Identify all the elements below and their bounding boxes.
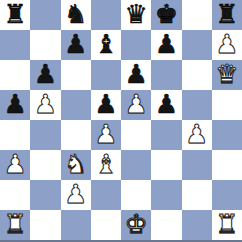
square-a8[interactable]: ♜ <box>0 0 30 30</box>
piece-black-pawn[interactable]: ♟ <box>64 31 87 57</box>
square-h5[interactable] <box>212 90 242 120</box>
square-f3[interactable] <box>151 150 181 180</box>
square-g8[interactable] <box>182 0 212 30</box>
square-b4[interactable] <box>30 120 60 150</box>
square-e3[interactable] <box>121 150 151 180</box>
piece-white-pawn[interactable]: ♟ <box>3 151 26 177</box>
square-f7[interactable]: ♟ <box>151 30 181 60</box>
piece-white-king[interactable]: ♚ <box>124 211 147 237</box>
piece-black-pawn[interactable]: ♟ <box>3 91 26 117</box>
square-c7[interactable]: ♟ <box>61 30 91 60</box>
square-h2[interactable] <box>212 180 242 210</box>
square-h7[interactable]: ♟ <box>212 30 242 60</box>
piece-black-king[interactable]: ♚ <box>155 1 178 27</box>
square-a4[interactable] <box>0 120 30 150</box>
piece-white-queen[interactable]: ♛ <box>215 61 238 87</box>
piece-black-rook[interactable]: ♜ <box>215 1 238 27</box>
square-d5[interactable]: ♟ <box>91 90 121 120</box>
square-a6[interactable] <box>0 60 30 90</box>
square-a7[interactable] <box>0 30 30 60</box>
square-c8[interactable]: ♞ <box>61 0 91 30</box>
piece-black-rook[interactable]: ♜ <box>3 1 26 27</box>
square-b1[interactable] <box>30 210 60 240</box>
square-d8[interactable] <box>91 0 121 30</box>
square-a2[interactable] <box>0 180 30 210</box>
square-e4[interactable] <box>121 120 151 150</box>
square-b3[interactable] <box>30 150 60 180</box>
piece-white-pawn[interactable]: ♟ <box>185 121 208 147</box>
piece-white-rook[interactable]: ♜ <box>3 211 26 237</box>
piece-white-rook[interactable]: ♜ <box>215 211 238 237</box>
square-f1[interactable] <box>151 210 181 240</box>
square-d3[interactable]: ♝ <box>91 150 121 180</box>
piece-white-pawn[interactable]: ♟ <box>215 31 238 57</box>
square-f4[interactable] <box>151 120 181 150</box>
piece-white-pawn[interactable]: ♟ <box>94 121 117 147</box>
square-c2[interactable]: ♟ <box>61 180 91 210</box>
square-g1[interactable] <box>182 210 212 240</box>
square-c4[interactable] <box>61 120 91 150</box>
square-b8[interactable] <box>30 0 60 30</box>
square-h1[interactable]: ♜ <box>212 210 242 240</box>
square-d1[interactable] <box>91 210 121 240</box>
square-a5[interactable]: ♟ <box>0 90 30 120</box>
square-e7[interactable] <box>121 30 151 60</box>
square-e6[interactable]: ♟ <box>121 60 151 90</box>
square-f2[interactable] <box>151 180 181 210</box>
square-g6[interactable] <box>182 60 212 90</box>
square-e1[interactable]: ♚ <box>121 210 151 240</box>
piece-white-pawn[interactable]: ♟ <box>34 91 57 117</box>
square-d4[interactable]: ♟ <box>91 120 121 150</box>
piece-white-bishop[interactable]: ♝ <box>94 151 117 177</box>
square-g4[interactable]: ♟ <box>182 120 212 150</box>
square-h3[interactable] <box>212 150 242 180</box>
piece-black-pawn[interactable]: ♟ <box>155 31 178 57</box>
square-f5[interactable]: ♟ <box>151 90 181 120</box>
square-b5[interactable]: ♟ <box>30 90 60 120</box>
piece-black-pawn[interactable]: ♟ <box>124 61 147 87</box>
square-h4[interactable] <box>212 120 242 150</box>
square-b7[interactable] <box>30 30 60 60</box>
square-c1[interactable] <box>61 210 91 240</box>
square-h8[interactable]: ♜ <box>212 0 242 30</box>
square-f8[interactable]: ♚ <box>151 0 181 30</box>
square-g2[interactable] <box>182 180 212 210</box>
piece-black-pawn[interactable]: ♟ <box>155 91 178 117</box>
square-c5[interactable] <box>61 90 91 120</box>
piece-white-knight[interactable]: ♞ <box>64 151 87 177</box>
square-b2[interactable] <box>30 180 60 210</box>
piece-black-queen[interactable]: ♛ <box>124 1 147 27</box>
piece-white-pawn[interactable]: ♟ <box>64 181 87 207</box>
square-d2[interactable] <box>91 180 121 210</box>
square-a1[interactable]: ♜ <box>0 210 30 240</box>
square-f6[interactable] <box>151 60 181 90</box>
square-e5[interactable]: ♟ <box>121 90 151 120</box>
square-b6[interactable]: ♟ <box>30 60 60 90</box>
chess-board: ♜♞♛♚♜♟♝♟♟♟♟♛♟♟♟♟♟♟♟♟♞♝♟♜♚♜ <box>0 0 242 242</box>
square-e2[interactable] <box>121 180 151 210</box>
piece-black-pawn[interactable]: ♟ <box>94 91 117 117</box>
square-c3[interactable]: ♞ <box>61 150 91 180</box>
square-h6[interactable]: ♛ <box>212 60 242 90</box>
piece-white-pawn[interactable]: ♟ <box>124 91 147 117</box>
square-g3[interactable] <box>182 150 212 180</box>
piece-black-bishop[interactable]: ♝ <box>94 31 117 57</box>
square-g5[interactable] <box>182 90 212 120</box>
square-d6[interactable] <box>91 60 121 90</box>
square-d7[interactable]: ♝ <box>91 30 121 60</box>
square-e8[interactable]: ♛ <box>121 0 151 30</box>
square-g7[interactable] <box>182 30 212 60</box>
square-a3[interactable]: ♟ <box>0 150 30 180</box>
piece-black-pawn[interactable]: ♟ <box>34 61 57 87</box>
square-c6[interactable] <box>61 60 91 90</box>
piece-black-knight[interactable]: ♞ <box>64 1 87 27</box>
